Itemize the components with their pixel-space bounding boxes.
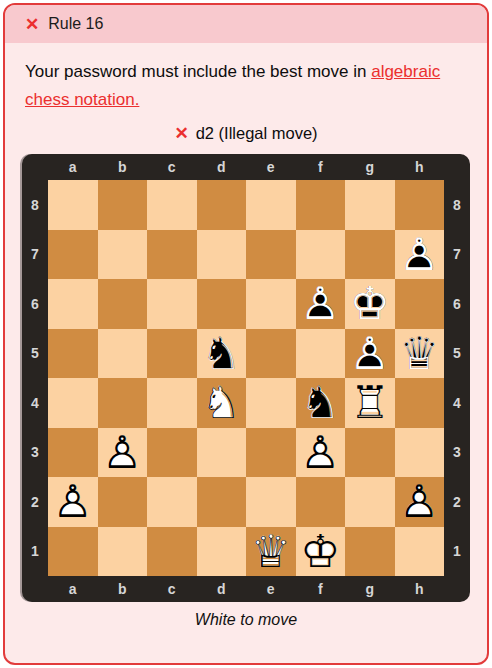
square-g2 [345, 477, 395, 527]
rule-text-plain: Your password must include the best move… [25, 62, 371, 81]
square-a6 [48, 279, 98, 329]
square-h5: ♛♕ [395, 329, 445, 379]
piece-detail-glyph: ♙ [48, 477, 98, 527]
piece-detail-glyph: ♙ [345, 329, 395, 379]
rank-label-6-right: 6 [444, 279, 470, 329]
square-b8 [98, 180, 148, 230]
square-h4 [395, 378, 445, 428]
square-d2 [197, 477, 247, 527]
piece-detail-glyph: ♙ [296, 428, 346, 478]
piece-fill-glyph: ♞ [197, 378, 247, 428]
file-label-g-top: g [345, 154, 395, 180]
white-rook-g4: ♜♖ [345, 378, 395, 428]
piece-fill-glyph: ♞ [197, 329, 247, 379]
rule-card: ✕ Rule 16 Your password must include the… [3, 3, 489, 665]
piece-detail-glyph: ♔ [296, 527, 346, 577]
file-label-a-top: a [48, 154, 98, 180]
square-b4 [98, 378, 148, 428]
square-g8 [345, 180, 395, 230]
rank-label-4-left: 4 [22, 378, 48, 428]
square-h8 [395, 180, 445, 230]
rank-label-3-left: 3 [22, 428, 48, 478]
file-label-b-top: b [98, 154, 148, 180]
square-f1: ♚♔ [296, 527, 346, 577]
white-pawn-b3: ♟♙ [98, 428, 148, 478]
black-king-g6: ♚♔ [345, 279, 395, 329]
square-b2 [98, 477, 148, 527]
board-corner [444, 576, 470, 602]
rule-fail-icon: ✕ [25, 16, 39, 33]
file-label-b-bottom: b [98, 576, 148, 602]
file-label-d-bottom: d [197, 576, 247, 602]
error-x-icon: ✕ [174, 125, 188, 142]
white-king-f1: ♚♔ [296, 527, 346, 577]
square-b6 [98, 279, 148, 329]
square-e7 [246, 230, 296, 280]
piece-fill-glyph: ♟ [296, 279, 346, 329]
file-label-e-top: e [246, 154, 296, 180]
square-g1 [345, 527, 395, 577]
square-d8 [197, 180, 247, 230]
piece-detail-glyph: ♘ [296, 378, 346, 428]
square-h7: ♟♙ [395, 230, 445, 280]
square-a7 [48, 230, 98, 280]
square-a4 [48, 378, 98, 428]
white-pawn-a2: ♟♙ [48, 477, 98, 527]
square-d5: ♞♘ [197, 329, 247, 379]
rank-label-2-right: 2 [444, 477, 470, 527]
black-queen-h5: ♛♕ [395, 329, 445, 379]
black-pawn-g5: ♟♙ [345, 329, 395, 379]
square-c4 [147, 378, 197, 428]
piece-detail-glyph: ♕ [395, 329, 445, 379]
black-pawn-h7: ♟♙ [395, 230, 445, 280]
black-pawn-f6: ♟♙ [296, 279, 346, 329]
black-knight-f4: ♞♘ [296, 378, 346, 428]
board-corner [444, 154, 470, 180]
square-d1 [197, 527, 247, 577]
piece-fill-glyph: ♞ [296, 378, 346, 428]
move-error: ✕ d2 (Illegal move) [5, 124, 487, 143]
black-knight-d5: ♞♘ [197, 329, 247, 379]
side-to-move-caption: White to move [5, 611, 487, 629]
square-b3: ♟♙ [98, 428, 148, 478]
piece-detail-glyph: ♙ [296, 279, 346, 329]
rank-label-7-left: 7 [22, 230, 48, 280]
square-f4: ♞♘ [296, 378, 346, 428]
rank-label-7-right: 7 [444, 230, 470, 280]
white-knight-d4: ♞♘ [197, 378, 247, 428]
square-f2 [296, 477, 346, 527]
white-pawn-f3: ♟♙ [296, 428, 346, 478]
file-label-d-top: d [197, 154, 247, 180]
square-f7 [296, 230, 346, 280]
piece-detail-glyph: ♙ [395, 477, 445, 527]
square-g6: ♚♔ [345, 279, 395, 329]
rule-text: Your password must include the best move… [5, 43, 487, 113]
file-label-f-bottom: f [296, 576, 346, 602]
piece-fill-glyph: ♟ [395, 230, 445, 280]
rank-label-2-left: 2 [22, 477, 48, 527]
board-wrap: abcdefgh887♟♙76♟♙♚♔65♞♘♟♙♛♕54♞♘♞♘♜♖43♟♙♟… [22, 154, 470, 602]
white-queen-e1: ♛♕ [246, 527, 296, 577]
board-corner [22, 154, 48, 180]
piece-fill-glyph: ♚ [296, 527, 346, 577]
rank-label-3-right: 3 [444, 428, 470, 478]
piece-fill-glyph: ♚ [345, 279, 395, 329]
rank-label-5-left: 5 [22, 329, 48, 379]
piece-fill-glyph: ♛ [246, 527, 296, 577]
piece-fill-glyph: ♛ [395, 329, 445, 379]
square-f8 [296, 180, 346, 230]
file-label-a-bottom: a [48, 576, 98, 602]
file-label-f-top: f [296, 154, 346, 180]
board-corner [22, 576, 48, 602]
square-c2 [147, 477, 197, 527]
square-d3 [197, 428, 247, 478]
square-g4: ♜♖ [345, 378, 395, 428]
square-f6: ♟♙ [296, 279, 346, 329]
square-b7 [98, 230, 148, 280]
square-d6 [197, 279, 247, 329]
square-e2 [246, 477, 296, 527]
rank-label-1-right: 1 [444, 527, 470, 577]
rank-label-5-right: 5 [444, 329, 470, 379]
rank-label-4-right: 4 [444, 378, 470, 428]
rank-label-8-right: 8 [444, 180, 470, 230]
file-label-h-bottom: h [395, 576, 445, 602]
piece-fill-glyph: ♟ [395, 477, 445, 527]
square-h6 [395, 279, 445, 329]
piece-fill-glyph: ♟ [296, 428, 346, 478]
square-e1: ♛♕ [246, 527, 296, 577]
square-c3 [147, 428, 197, 478]
square-c8 [147, 180, 197, 230]
square-d7 [197, 230, 247, 280]
piece-fill-glyph: ♜ [345, 378, 395, 428]
square-b5 [98, 329, 148, 379]
white-pawn-h2: ♟♙ [395, 477, 445, 527]
rank-label-8-left: 8 [22, 180, 48, 230]
rule-header: ✕ Rule 16 [5, 5, 487, 43]
error-text: d2 (Illegal move) [196, 124, 318, 143]
piece-detail-glyph: ♙ [395, 230, 445, 280]
square-f3: ♟♙ [296, 428, 346, 478]
piece-detail-glyph: ♘ [197, 329, 247, 379]
square-e4 [246, 378, 296, 428]
square-g5: ♟♙ [345, 329, 395, 379]
piece-detail-glyph: ♕ [246, 527, 296, 577]
square-h1 [395, 527, 445, 577]
file-label-c-top: c [147, 154, 197, 180]
piece-fill-glyph: ♟ [345, 329, 395, 379]
square-g3 [345, 428, 395, 478]
piece-detail-glyph: ♔ [345, 279, 395, 329]
rule-title: Rule 16 [48, 15, 103, 33]
piece-fill-glyph: ♟ [48, 477, 98, 527]
file-label-g-bottom: g [345, 576, 395, 602]
square-b1 [98, 527, 148, 577]
square-a3 [48, 428, 98, 478]
rank-label-6-left: 6 [22, 279, 48, 329]
square-c7 [147, 230, 197, 280]
square-a2: ♟♙ [48, 477, 98, 527]
square-h3 [395, 428, 445, 478]
piece-fill-glyph: ♟ [98, 428, 148, 478]
square-a1 [48, 527, 98, 577]
square-e5 [246, 329, 296, 379]
square-f5 [296, 329, 346, 379]
piece-detail-glyph: ♙ [98, 428, 148, 478]
square-c1 [147, 527, 197, 577]
square-d4: ♞♘ [197, 378, 247, 428]
square-e6 [246, 279, 296, 329]
chess-board: abcdefgh887♟♙76♟♙♚♔65♞♘♟♙♛♕54♞♘♞♘♜♖43♟♙♟… [22, 154, 470, 602]
file-label-h-top: h [395, 154, 445, 180]
square-c5 [147, 329, 197, 379]
file-label-e-bottom: e [246, 576, 296, 602]
square-g7 [345, 230, 395, 280]
file-label-c-bottom: c [147, 576, 197, 602]
piece-detail-glyph: ♖ [345, 378, 395, 428]
rank-label-1-left: 1 [22, 527, 48, 577]
square-h2: ♟♙ [395, 477, 445, 527]
square-e3 [246, 428, 296, 478]
square-c6 [147, 279, 197, 329]
square-e8 [246, 180, 296, 230]
piece-detail-glyph: ♘ [197, 378, 247, 428]
square-a5 [48, 329, 98, 379]
square-a8 [48, 180, 98, 230]
